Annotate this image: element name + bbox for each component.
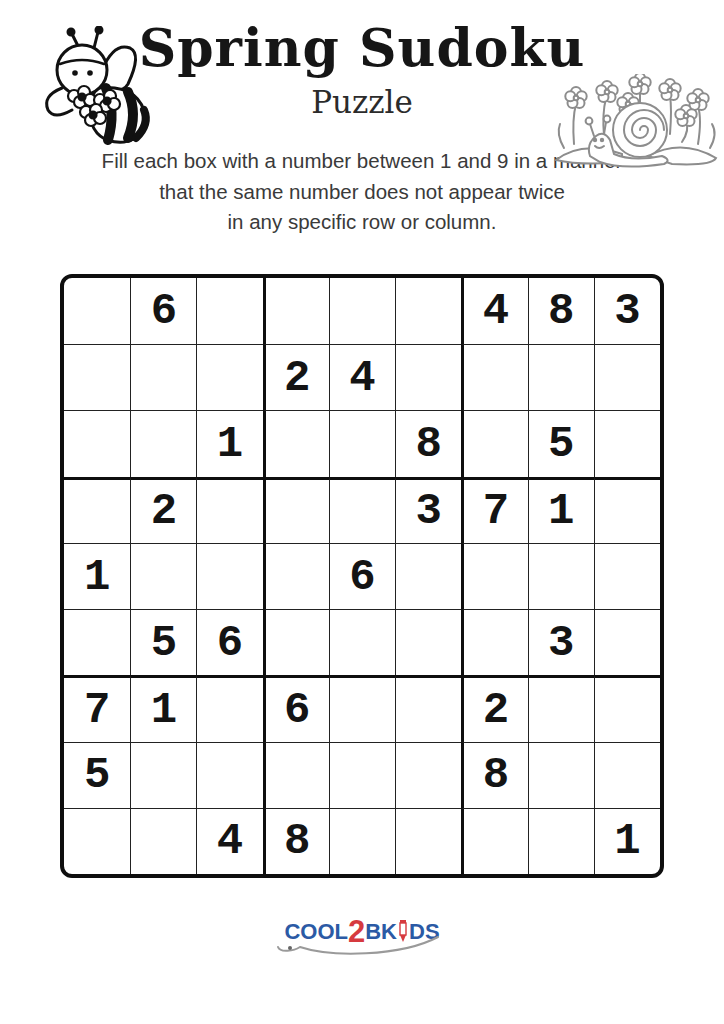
sudoku-cell-r5c4-empty[interactable] (263, 543, 329, 609)
sudoku-cell-r5c7-empty[interactable] (461, 543, 527, 609)
sudoku-cell-r4c1-empty[interactable] (64, 477, 130, 543)
sudoku-cell-r7c3-empty[interactable] (196, 675, 262, 741)
sudoku-cell-r7c9-empty[interactable] (594, 675, 660, 741)
sudoku-cell-r4c6-given-3: 3 (395, 477, 461, 543)
sudoku-cell-r6c7-empty[interactable] (461, 609, 527, 675)
sudoku-cell-r8c9-empty[interactable] (594, 742, 660, 808)
sudoku-board: 648324185237116563716258481 (60, 274, 664, 878)
sudoku-cell-r8c2-empty[interactable] (130, 742, 196, 808)
sudoku-cell-r3c5-empty[interactable] (329, 410, 395, 476)
sudoku-cell-r6c1-empty[interactable] (64, 609, 130, 675)
sudoku-cell-r5c1-given-1: 1 (64, 543, 130, 609)
sudoku-cell-r7c7-given-2: 2 (461, 675, 527, 741)
sudoku-cell-r3c6-given-8: 8 (395, 410, 461, 476)
sudoku-cell-r3c8-given-5: 5 (528, 410, 594, 476)
sudoku-cell-r8c3-empty[interactable] (196, 742, 262, 808)
sudoku-cell-r9c1-empty[interactable] (64, 808, 130, 874)
sudoku-cell-r8c4-empty[interactable] (263, 742, 329, 808)
logo-text-cool: COOL (284, 919, 348, 944)
sudoku-cell-r6c3-given-6: 6 (196, 609, 262, 675)
header: Spring Sudoku Puzzle (0, 0, 724, 120)
sudoku-cell-r3c7-empty[interactable] (461, 410, 527, 476)
sudoku-cell-r9c4-given-8: 8 (263, 808, 329, 874)
sudoku-cell-r6c9-empty[interactable] (594, 609, 660, 675)
sudoku-cell-r9c2-empty[interactable] (130, 808, 196, 874)
sudoku-cell-r7c2-given-1: 1 (130, 675, 196, 741)
sudoku-cell-r7c5-empty[interactable] (329, 675, 395, 741)
sudoku-cell-r5c8-empty[interactable] (528, 543, 594, 609)
sudoku-cell-r5c6-empty[interactable] (395, 543, 461, 609)
sudoku-cell-r4c2-given-2: 2 (130, 477, 196, 543)
sudoku-cell-r2c4-given-2: 2 (263, 344, 329, 410)
page: Spring Sudoku Puzzle (0, 0, 724, 1024)
sudoku-cell-r1c8-given-8: 8 (528, 278, 594, 344)
sudoku-cell-r1c5-empty[interactable] (329, 278, 395, 344)
sudoku-cell-r7c8-empty[interactable] (528, 675, 594, 741)
logo-text-ds: DS (409, 919, 440, 944)
sudoku-cell-r2c5-given-4: 4 (329, 344, 395, 410)
sudoku-cell-r1c3-empty[interactable] (196, 278, 262, 344)
sudoku-cell-r4c9-empty[interactable] (594, 477, 660, 543)
sudoku-cell-r8c1-given-5: 5 (64, 742, 130, 808)
sudoku-cell-r6c5-empty[interactable] (329, 609, 395, 675)
sudoku-cell-r2c8-empty[interactable] (528, 344, 594, 410)
sudoku-cell-r2c3-empty[interactable] (196, 344, 262, 410)
sudoku-cell-r9c5-empty[interactable] (329, 808, 395, 874)
sudoku-cell-r4c7-given-7: 7 (461, 477, 527, 543)
sudoku-cell-r9c9-given-1: 1 (594, 808, 660, 874)
sudoku-cell-r4c5-empty[interactable] (329, 477, 395, 543)
sudoku-cell-r3c2-empty[interactable] (130, 410, 196, 476)
sudoku-cell-r7c1-given-7: 7 (64, 675, 130, 741)
sudoku-cell-r3c3-given-1: 1 (196, 410, 262, 476)
sudoku-cell-r2c2-empty[interactable] (130, 344, 196, 410)
instructions-line-2: that the same number does not appear twi… (0, 177, 724, 208)
sudoku-cell-r5c9-empty[interactable] (594, 543, 660, 609)
sudoku-cell-r2c6-empty[interactable] (395, 344, 461, 410)
sudoku-cell-r3c1-empty[interactable] (64, 410, 130, 476)
logo-text-bk: BK (365, 919, 397, 944)
sudoku-cell-r6c6-empty[interactable] (395, 609, 461, 675)
footer: COOL2BKDS (0, 916, 724, 947)
sudoku-grid: 648324185237116563716258481 (64, 278, 660, 874)
sudoku-cell-r6c4-empty[interactable] (263, 609, 329, 675)
sudoku-cell-r4c3-empty[interactable] (196, 477, 262, 543)
sudoku-cell-r7c6-empty[interactable] (395, 675, 461, 741)
sudoku-cell-r1c9-given-3: 3 (594, 278, 660, 344)
instructions-line-3: in any specific row or column. (0, 207, 724, 238)
sudoku-cell-r5c5-given-6: 6 (329, 543, 395, 609)
sudoku-cell-r4c4-empty[interactable] (263, 477, 329, 543)
sudoku-cell-r9c3-given-4: 4 (196, 808, 262, 874)
sudoku-cell-r4c8-given-1: 1 (528, 477, 594, 543)
sudoku-cell-r2c9-empty[interactable] (594, 344, 660, 410)
sudoku-cell-r1c7-given-4: 4 (461, 278, 527, 344)
pencil-icon (398, 919, 408, 943)
sudoku-cell-r1c4-empty[interactable] (263, 278, 329, 344)
sudoku-cell-r8c7-given-8: 8 (461, 742, 527, 808)
sudoku-cell-r3c9-empty[interactable] (594, 410, 660, 476)
sudoku-cell-r2c7-empty[interactable] (461, 344, 527, 410)
sudoku-cell-r1c1-empty[interactable] (64, 278, 130, 344)
sudoku-cell-r8c8-empty[interactable] (528, 742, 594, 808)
snail-with-flowers-illustration-icon (552, 74, 720, 170)
sudoku-cell-r6c2-given-5: 5 (130, 609, 196, 675)
sudoku-cell-r1c6-empty[interactable] (395, 278, 461, 344)
sudoku-cell-r6c8-given-3: 3 (528, 609, 594, 675)
sudoku-cell-r8c5-empty[interactable] (329, 742, 395, 808)
bee-illustration-icon (36, 26, 164, 158)
sudoku-cell-r5c2-empty[interactable] (130, 543, 196, 609)
sudoku-cell-r7c4-given-6: 6 (263, 675, 329, 741)
logo-text-2: 2 (348, 914, 365, 949)
sudoku-cell-r9c7-empty[interactable] (461, 808, 527, 874)
cool2bkids-logo[interactable]: COOL2BKDS (284, 916, 439, 947)
sudoku-cell-r5c3-empty[interactable] (196, 543, 262, 609)
sudoku-cell-r1c2-given-6: 6 (130, 278, 196, 344)
sudoku-cell-r9c8-empty[interactable] (528, 808, 594, 874)
sudoku-cell-r9c6-empty[interactable] (395, 808, 461, 874)
sudoku-cell-r3c4-empty[interactable] (263, 410, 329, 476)
sudoku-cell-r2c1-empty[interactable] (64, 344, 130, 410)
sudoku-cell-r8c6-empty[interactable] (395, 742, 461, 808)
